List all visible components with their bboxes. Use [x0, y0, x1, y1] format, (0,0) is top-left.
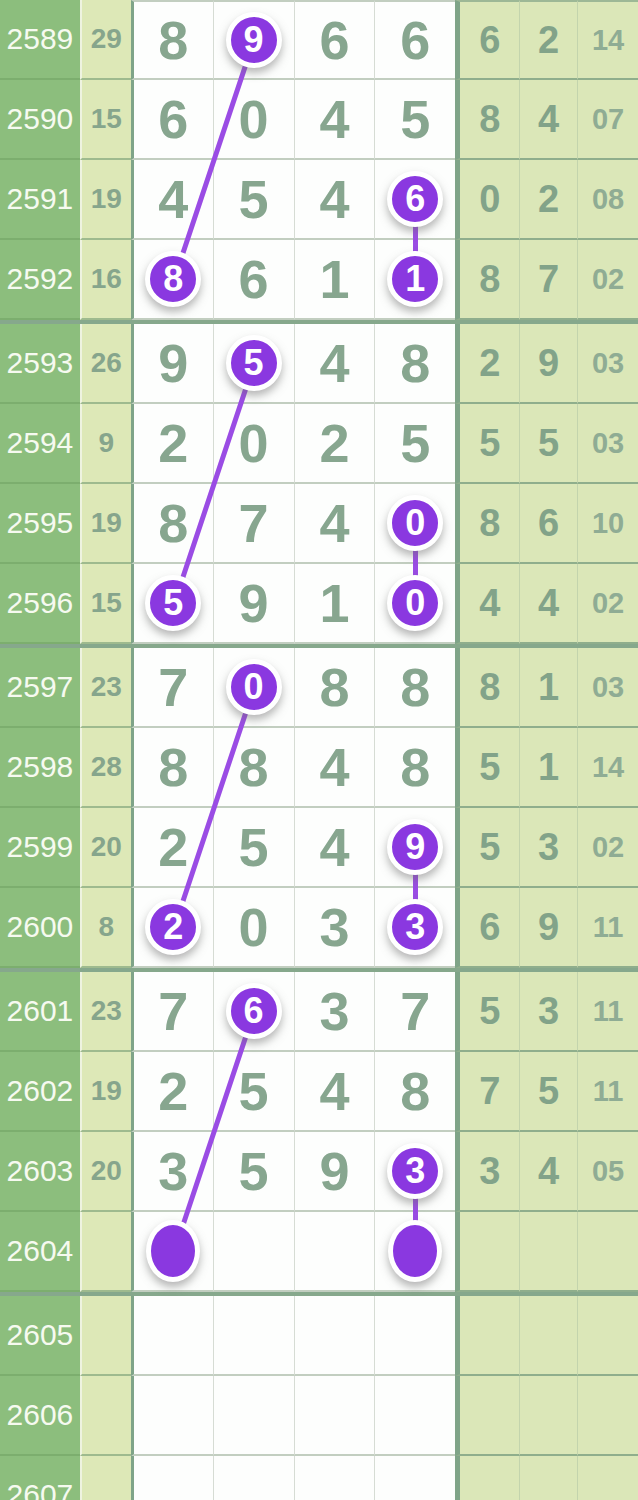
digit-cell: 8: [131, 0, 213, 80]
stat-cell: 3: [519, 808, 577, 888]
sum-cell: 9: [80, 404, 131, 484]
stat-cell: 6: [455, 888, 519, 968]
highlighted-number: 9: [387, 819, 443, 875]
digit-cell: 7: [131, 648, 213, 728]
digit-cell: [131, 1376, 213, 1456]
table-row: 2598 28 8 8 4 8 5 1 14: [0, 728, 638, 808]
stat-cell: [519, 1296, 577, 1376]
stat-cell: 5: [455, 972, 519, 1052]
stat-cell: 5: [519, 1052, 577, 1132]
digit-cell: 2: [131, 888, 213, 968]
digit-cell: 5: [213, 1052, 294, 1132]
period-cell: 2604: [0, 1212, 80, 1292]
digit-cell: [374, 1212, 455, 1292]
stat-cell: 4: [519, 564, 577, 644]
stat-cell: 02: [577, 240, 638, 320]
sum-cell: 19: [80, 1052, 131, 1132]
period-cell: 2590: [0, 80, 80, 160]
sum-cell: [80, 1296, 131, 1376]
stat-cell: 14: [577, 728, 638, 808]
table-row: 2595 19 8 7 4 0 8 6 10: [0, 484, 638, 564]
stat-cell: 9: [519, 888, 577, 968]
stat-cell: 03: [577, 648, 638, 728]
digit-cell: 9: [374, 808, 455, 888]
table-row: 2590 15 6 0 4 5 8 4 07: [0, 80, 638, 160]
digit-cell: 3: [131, 1132, 213, 1212]
stat-cell: [455, 1296, 519, 1376]
period-cell: 2598: [0, 728, 80, 808]
table-row: 2591 19 4 5 4 6 0 2 08: [0, 160, 638, 240]
stat-cell: 02: [577, 564, 638, 644]
digit-cell: 5: [213, 160, 294, 240]
digit-cell: 0: [213, 648, 294, 728]
digit-cell: 8: [213, 728, 294, 808]
table-row: 2603 20 3 5 9 3 3 4 05: [0, 1132, 638, 1212]
stat-cell: 3: [519, 972, 577, 1052]
period-cell: 2595: [0, 484, 80, 564]
table-row: 2597 23 7 0 8 8 8 1 03: [0, 648, 638, 728]
stat-cell: [577, 1212, 638, 1292]
highlighted-number: 0: [226, 659, 282, 715]
period-cell: 2597: [0, 648, 80, 728]
sum-cell: [80, 1376, 131, 1456]
digit-cell: 2: [131, 404, 213, 484]
stat-cell: 10: [577, 484, 638, 564]
stat-cell: [455, 1456, 519, 1500]
digit-cell: 7: [131, 972, 213, 1052]
digit-cell: 5: [131, 564, 213, 644]
sum-cell: 15: [80, 564, 131, 644]
period-cell: 2606: [0, 1376, 80, 1456]
stat-cell: 11: [577, 972, 638, 1052]
digit-cell: [213, 1456, 294, 1500]
digit-cell: 7: [374, 972, 455, 1052]
digit-cell: [294, 1212, 375, 1292]
highlighted-number: 9: [226, 12, 282, 68]
period-cell: 2605: [0, 1296, 80, 1376]
period-cell: 2593: [0, 324, 80, 404]
digit-cell: 3: [294, 888, 375, 968]
table-row: 2601 23 7 6 3 7 5 3 11: [0, 972, 638, 1052]
period-cell: 2600: [0, 888, 80, 968]
digit-cell: 0: [213, 80, 294, 160]
digit-cell: [374, 1376, 455, 1456]
highlighted-number: 5: [145, 575, 201, 631]
digit-cell: 6: [374, 160, 455, 240]
period-cell: 2603: [0, 1132, 80, 1212]
digit-cell: 5: [374, 404, 455, 484]
digit-cell: 0: [213, 404, 294, 484]
stat-cell: [455, 1212, 519, 1292]
digit-cell: 8: [131, 728, 213, 808]
stat-cell: 14: [577, 0, 638, 80]
sum-cell: 8: [80, 888, 131, 968]
digit-cell: 6: [213, 972, 294, 1052]
period-cell: 2596: [0, 564, 80, 644]
digit-cell: 6: [131, 80, 213, 160]
digit-cell: 8: [374, 648, 455, 728]
digit-cell: 8: [374, 324, 455, 404]
stat-cell: 07: [577, 80, 638, 160]
table-row: 2589 29 8 9 6 6 6 2 14: [0, 0, 638, 80]
stat-cell: 6: [455, 0, 519, 80]
stat-cell: 02: [577, 808, 638, 888]
digit-cell: 2: [131, 1052, 213, 1132]
sum-cell: 20: [80, 808, 131, 888]
table-row: 2607: [0, 1456, 638, 1500]
digit-cell: 4: [294, 808, 375, 888]
period-cell: 2599: [0, 808, 80, 888]
stat-cell: 7: [519, 240, 577, 320]
sum-cell: 19: [80, 160, 131, 240]
table-row: 2602 19 2 5 4 8 7 5 11: [0, 1052, 638, 1132]
digit-cell: [294, 1296, 375, 1376]
stat-cell: 8: [455, 648, 519, 728]
stat-cell: 1: [519, 728, 577, 808]
stat-cell: 5: [455, 404, 519, 484]
digit-cell: 9: [294, 1132, 375, 1212]
digit-cell: 1: [294, 240, 375, 320]
sum-cell: 20: [80, 1132, 131, 1212]
stat-cell: 2: [519, 0, 577, 80]
marker-dot: [388, 1220, 442, 1282]
digit-cell: [131, 1296, 213, 1376]
digit-cell: 2: [294, 404, 375, 484]
highlighted-number: 5: [226, 335, 282, 391]
digit-cell: 4: [294, 728, 375, 808]
stat-cell: 3: [455, 1132, 519, 1212]
digit-cell: [213, 1376, 294, 1456]
stat-cell: 08: [577, 160, 638, 240]
digit-cell: 6: [213, 240, 294, 320]
stat-cell: 03: [577, 404, 638, 484]
sum-cell: 23: [80, 972, 131, 1052]
digit-cell: 8: [374, 728, 455, 808]
marker-dot: [146, 1220, 200, 1282]
period-cell: 2591: [0, 160, 80, 240]
digit-cell: 4: [294, 80, 375, 160]
period-cell: 2589: [0, 0, 80, 80]
digit-cell: 0: [374, 564, 455, 644]
digit-cell: [213, 1212, 294, 1292]
table-row: 2596 15 5 9 1 0 4 4 02: [0, 564, 638, 644]
highlighted-number: 1: [387, 251, 443, 307]
sum-cell: 16: [80, 240, 131, 320]
digit-cell: [213, 1296, 294, 1376]
digit-cell: 6: [294, 0, 375, 80]
sum-cell: 19: [80, 484, 131, 564]
sum-cell: [80, 1456, 131, 1500]
digit-cell: 4: [294, 324, 375, 404]
digit-cell: 9: [213, 0, 294, 80]
digit-cell: 0: [213, 888, 294, 968]
stat-cell: 8: [455, 240, 519, 320]
highlighted-number: 2: [145, 899, 201, 955]
sum-cell: 26: [80, 324, 131, 404]
stat-cell: 2: [455, 324, 519, 404]
digit-cell: 6: [374, 0, 455, 80]
stat-cell: 7: [455, 1052, 519, 1132]
period-cell: 2607: [0, 1456, 80, 1500]
period-cell: 2592: [0, 240, 80, 320]
stat-cell: 5: [519, 404, 577, 484]
highlighted-number: 6: [387, 171, 443, 227]
table-row: 2599 20 2 5 4 9 5 3 02: [0, 808, 638, 888]
digit-cell: 5: [213, 808, 294, 888]
stat-cell: 1: [519, 648, 577, 728]
stat-cell: 4: [519, 1132, 577, 1212]
digit-cell: 8: [131, 240, 213, 320]
digit-cell: 5: [213, 1132, 294, 1212]
stat-cell: 0: [455, 160, 519, 240]
digit-cell: 4: [294, 484, 375, 564]
stat-cell: 05: [577, 1132, 638, 1212]
digit-cell: 1: [374, 240, 455, 320]
stat-cell: [577, 1296, 638, 1376]
digit-cell: 0: [374, 484, 455, 564]
stat-cell: 8: [455, 80, 519, 160]
stat-cell: 11: [577, 888, 638, 968]
digit-cell: 4: [294, 160, 375, 240]
digit-cell: 7: [213, 484, 294, 564]
digit-cell: 4: [294, 1052, 375, 1132]
period-cell: 2602: [0, 1052, 80, 1132]
digit-cell: 5: [374, 80, 455, 160]
stat-cell: [519, 1376, 577, 1456]
digit-cell: [131, 1212, 213, 1292]
highlighted-number: 0: [387, 495, 443, 551]
digit-cell: 8: [294, 648, 375, 728]
period-cell: 2594: [0, 404, 80, 484]
stat-cell: [577, 1376, 638, 1456]
stat-cell: [455, 1376, 519, 1456]
stat-cell: 03: [577, 324, 638, 404]
stat-cell: 2: [519, 160, 577, 240]
digit-cell: 3: [374, 888, 455, 968]
table-row: 2606: [0, 1376, 638, 1456]
digit-cell: [374, 1296, 455, 1376]
digit-cell: 4: [131, 160, 213, 240]
stat-cell: 8: [455, 484, 519, 564]
digit-cell: 1: [294, 564, 375, 644]
table-row: 2605: [0, 1296, 638, 1376]
highlighted-number: 6: [226, 983, 282, 1039]
stat-cell: 4: [519, 80, 577, 160]
digit-cell: [374, 1456, 455, 1500]
stat-cell: 4: [455, 564, 519, 644]
highlighted-number: 3: [387, 1143, 443, 1199]
digit-cell: 2: [131, 808, 213, 888]
table-row: 2594 9 2 0 2 5 5 5 03: [0, 404, 638, 484]
sum-cell: 29: [80, 0, 131, 80]
stat-cell: 5: [455, 808, 519, 888]
sum-cell: 23: [80, 648, 131, 728]
stat-cell: 9: [519, 324, 577, 404]
digit-cell: 3: [374, 1132, 455, 1212]
lottery-trend-board: 2589 29 8 9 6 6 6 2 14 2590 15 6 0 4 5 8…: [0, 0, 638, 1500]
table-row: 2600 8 2 0 3 3 6 9 11: [0, 888, 638, 968]
stat-cell: [577, 1456, 638, 1500]
highlighted-number: 8: [145, 251, 201, 307]
sum-cell: 28: [80, 728, 131, 808]
highlighted-number: 3: [387, 899, 443, 955]
digit-cell: 5: [213, 324, 294, 404]
highlighted-number: 0: [387, 575, 443, 631]
stat-cell: 5: [455, 728, 519, 808]
sum-cell: 15: [80, 80, 131, 160]
period-cell: 2601: [0, 972, 80, 1052]
digit-cell: 8: [131, 484, 213, 564]
table-row: 2604: [0, 1212, 638, 1292]
digit-cell: [294, 1376, 375, 1456]
digit-cell: 3: [294, 972, 375, 1052]
trend-grid: 2589 29 8 9 6 6 6 2 14 2590 15 6 0 4 5 8…: [0, 0, 638, 1500]
table-row: 2592 16 8 6 1 1 8 7 02: [0, 240, 638, 320]
digit-cell: 9: [213, 564, 294, 644]
stat-cell: [519, 1212, 577, 1292]
digit-cell: [131, 1456, 213, 1500]
digit-cell: [294, 1456, 375, 1500]
digit-cell: 9: [131, 324, 213, 404]
stat-cell: [519, 1456, 577, 1500]
stat-cell: 6: [519, 484, 577, 564]
sum-cell: [80, 1212, 131, 1292]
digit-cell: 8: [374, 1052, 455, 1132]
table-row: 2593 26 9 5 4 8 2 9 03: [0, 324, 638, 404]
stat-cell: 11: [577, 1052, 638, 1132]
